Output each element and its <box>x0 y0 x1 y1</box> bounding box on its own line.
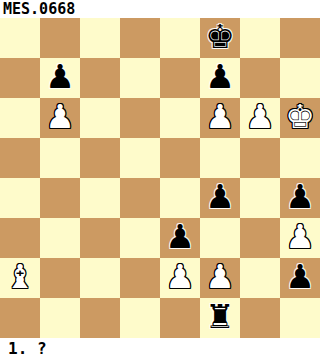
black-pawn-b7[interactable]: ♟ <box>45 58 75 97</box>
square-c1[interactable] <box>80 298 120 338</box>
square-h6[interactable]: ♚ <box>280 98 320 138</box>
white-pawn-f2[interactable]: ♟ <box>205 258 235 297</box>
square-a8[interactable] <box>0 18 40 58</box>
square-d6[interactable] <box>120 98 160 138</box>
square-a5[interactable] <box>0 138 40 178</box>
white-pawn-g6[interactable]: ♟ <box>245 98 275 137</box>
square-b8[interactable] <box>40 18 80 58</box>
square-d1[interactable] <box>120 298 160 338</box>
square-e1[interactable] <box>160 298 200 338</box>
square-g1[interactable] <box>240 298 280 338</box>
square-e5[interactable] <box>160 138 200 178</box>
black-pawn-h2[interactable]: ♟ <box>285 258 315 297</box>
square-g8[interactable] <box>240 18 280 58</box>
white-bishop-a2[interactable]: ♝ <box>5 258 35 297</box>
square-f3[interactable] <box>200 218 240 258</box>
chess-board: ♚♟♟♟♟♟♚♟♟♟♟♝♟♟♟♜ <box>0 18 320 338</box>
square-g5[interactable] <box>240 138 280 178</box>
square-a4[interactable] <box>0 178 40 218</box>
square-b3[interactable] <box>40 218 80 258</box>
square-f1[interactable]: ♜ <box>200 298 240 338</box>
square-c4[interactable] <box>80 178 120 218</box>
square-a6[interactable] <box>0 98 40 138</box>
square-e8[interactable] <box>160 18 200 58</box>
square-b7[interactable]: ♟ <box>40 58 80 98</box>
square-d5[interactable] <box>120 138 160 178</box>
square-a2[interactable]: ♝ <box>0 258 40 298</box>
square-a3[interactable] <box>0 218 40 258</box>
square-e7[interactable] <box>160 58 200 98</box>
square-d7[interactable] <box>120 58 160 98</box>
square-h1[interactable] <box>280 298 320 338</box>
square-h7[interactable] <box>280 58 320 98</box>
square-d8[interactable] <box>120 18 160 58</box>
square-b2[interactable] <box>40 258 80 298</box>
square-e4[interactable] <box>160 178 200 218</box>
black-pawn-e3[interactable]: ♟ <box>165 218 195 257</box>
black-rook-f1[interactable]: ♜ <box>205 298 235 337</box>
square-a7[interactable] <box>0 58 40 98</box>
square-h8[interactable] <box>280 18 320 58</box>
square-g7[interactable] <box>240 58 280 98</box>
square-b6[interactable]: ♟ <box>40 98 80 138</box>
square-a1[interactable] <box>0 298 40 338</box>
square-e2[interactable]: ♟ <box>160 258 200 298</box>
black-pawn-f4[interactable]: ♟ <box>205 178 235 217</box>
square-b5[interactable] <box>40 138 80 178</box>
black-king-f8[interactable]: ♚ <box>205 18 235 57</box>
square-b4[interactable] <box>40 178 80 218</box>
square-f2[interactable]: ♟ <box>200 258 240 298</box>
square-g2[interactable] <box>240 258 280 298</box>
square-d2[interactable] <box>120 258 160 298</box>
square-f7[interactable]: ♟ <box>200 58 240 98</box>
square-c3[interactable] <box>80 218 120 258</box>
square-h4[interactable]: ♟ <box>280 178 320 218</box>
square-f6[interactable]: ♟ <box>200 98 240 138</box>
white-pawn-b6[interactable]: ♟ <box>45 98 75 137</box>
diagram-header: MES.0668 <box>0 0 320 18</box>
move-prompt: 1. ? <box>0 338 47 360</box>
white-pawn-h3[interactable]: ♟ <box>285 218 315 257</box>
white-king-h6[interactable]: ♚ <box>285 98 315 137</box>
square-f5[interactable] <box>200 138 240 178</box>
square-h3[interactable]: ♟ <box>280 218 320 258</box>
square-f8[interactable]: ♚ <box>200 18 240 58</box>
square-c6[interactable] <box>80 98 120 138</box>
black-pawn-f7[interactable]: ♟ <box>205 58 235 97</box>
diagram-title: MES.0668 <box>0 0 75 18</box>
square-f4[interactable]: ♟ <box>200 178 240 218</box>
square-e6[interactable] <box>160 98 200 138</box>
white-pawn-f6[interactable]: ♟ <box>205 98 235 137</box>
square-g6[interactable]: ♟ <box>240 98 280 138</box>
square-g4[interactable] <box>240 178 280 218</box>
square-c2[interactable] <box>80 258 120 298</box>
square-c5[interactable] <box>80 138 120 178</box>
square-b1[interactable] <box>40 298 80 338</box>
white-pawn-e2[interactable]: ♟ <box>165 258 195 297</box>
black-pawn-h4[interactable]: ♟ <box>285 178 315 217</box>
square-h2[interactable]: ♟ <box>280 258 320 298</box>
square-d4[interactable] <box>120 178 160 218</box>
square-g3[interactable] <box>240 218 280 258</box>
square-c7[interactable] <box>80 58 120 98</box>
diagram-footer: 1. ? <box>0 338 320 360</box>
square-e3[interactable]: ♟ <box>160 218 200 258</box>
square-d3[interactable] <box>120 218 160 258</box>
square-h5[interactable] <box>280 138 320 178</box>
square-c8[interactable] <box>80 18 120 58</box>
